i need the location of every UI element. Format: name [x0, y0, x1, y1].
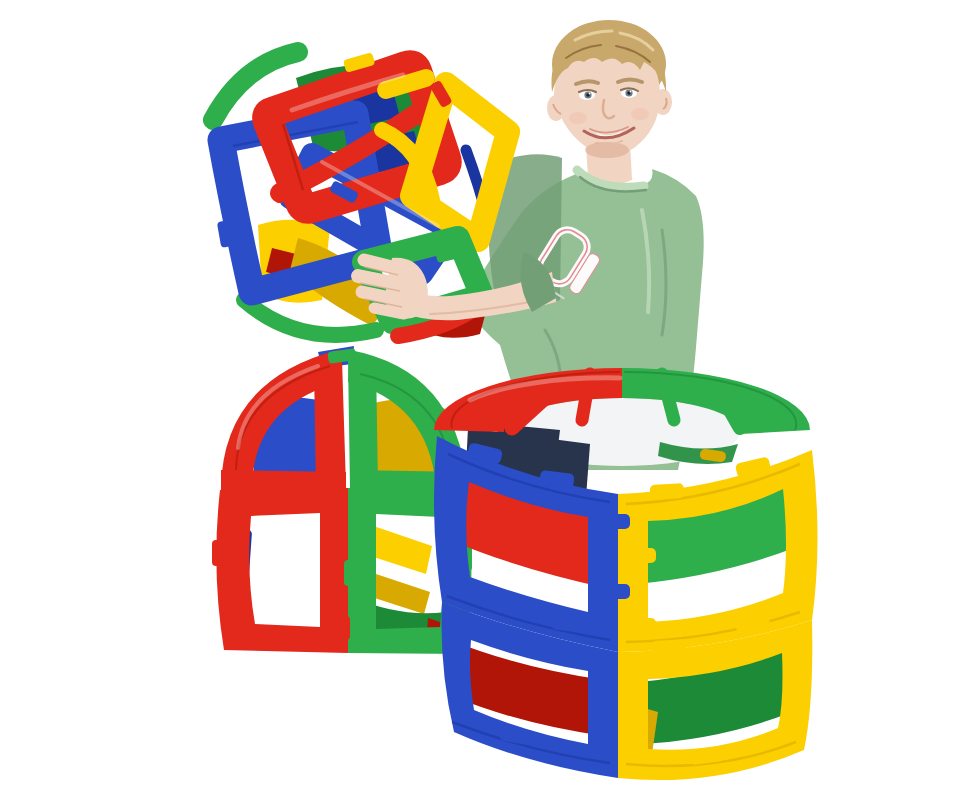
connector-tab [596, 514, 630, 529]
connector-tab [336, 616, 350, 640]
connector-tab [652, 639, 687, 656]
boy-cheek [631, 108, 649, 120]
photo-canvas [0, 0, 978, 800]
connector-tab [596, 584, 630, 599]
connector-tab [388, 474, 416, 486]
cylinder-top-red-spoke [582, 374, 590, 420]
connector-tab [622, 618, 656, 633]
connector-tab [650, 483, 685, 500]
dome-frame-green-chord [348, 360, 378, 488]
boy-ear-right [654, 89, 672, 115]
boy-cheek [569, 112, 587, 124]
dome-frame-red-chord [314, 360, 346, 490]
dome-frame-red-square [216, 488, 348, 653]
connector-tab [262, 474, 290, 486]
toy-dome [212, 346, 472, 654]
boy-ear-left [547, 95, 565, 121]
scene-illustration [0, 0, 978, 800]
toy-cylinder [434, 368, 818, 780]
connector-tab [334, 502, 348, 528]
neck-shadow [585, 142, 629, 158]
connector-tab [212, 540, 224, 566]
connector-tab [344, 560, 358, 586]
connector-tab [622, 548, 656, 563]
